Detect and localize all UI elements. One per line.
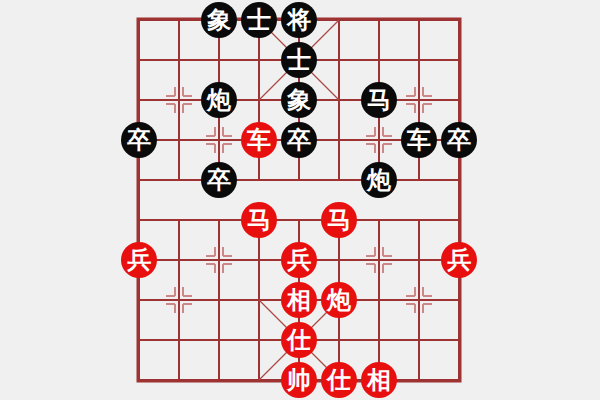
point-8-1[interactable] (439, 40, 479, 80)
piece-red-advisor[interactable]: 仕 (281, 322, 317, 358)
piece-black-advisor[interactable]: 士 (281, 42, 317, 78)
point-2-7[interactable] (199, 280, 239, 320)
point-0-1[interactable] (119, 40, 159, 80)
piece-black-general[interactable]: 将 (281, 2, 317, 38)
point-6-6[interactable] (359, 240, 399, 280)
point-3-6[interactable] (239, 240, 279, 280)
point-7-9[interactable] (399, 360, 439, 400)
piece-black-soldier[interactable]: 卒 (121, 122, 157, 158)
point-7-0[interactable] (399, 0, 439, 40)
piece-black-cannon[interactable]: 炮 (361, 162, 397, 198)
point-1-7[interactable] (159, 280, 199, 320)
point-2-8[interactable] (199, 320, 239, 360)
point-6-7[interactable] (359, 280, 399, 320)
point-5-6[interactable] (319, 240, 359, 280)
point-1-5[interactable] (159, 200, 199, 240)
point-2-6[interactable] (199, 240, 239, 280)
point-0-9[interactable] (119, 360, 159, 400)
point-1-4[interactable] (159, 160, 199, 200)
piece-black-soldier[interactable]: 卒 (441, 122, 477, 158)
point-2-5[interactable] (199, 200, 239, 240)
piece-black-horse[interactable]: 马 (361, 82, 397, 118)
point-8-8[interactable] (439, 320, 479, 360)
piece-red-elephant[interactable]: 相 (361, 362, 397, 398)
point-8-2[interactable] (439, 80, 479, 120)
point-8-9[interactable] (439, 360, 479, 400)
point-8-4[interactable] (439, 160, 479, 200)
point-4-5[interactable] (279, 200, 319, 240)
point-3-4[interactable] (239, 160, 279, 200)
point-3-1[interactable] (239, 40, 279, 80)
point-1-2[interactable] (159, 80, 199, 120)
point-8-5[interactable] (439, 200, 479, 240)
point-5-0[interactable] (319, 0, 359, 40)
point-8-7[interactable] (439, 280, 479, 320)
point-0-8[interactable] (119, 320, 159, 360)
piece-red-soldier[interactable]: 兵 (441, 242, 477, 278)
board-grid: 象士将士炮象马卒车卒车卒卒炮马马兵兵兵相炮仕帅仕相 (119, 0, 479, 400)
point-7-5[interactable] (399, 200, 439, 240)
piece-red-soldier[interactable]: 兵 (121, 242, 157, 278)
point-3-8[interactable] (239, 320, 279, 360)
point-7-4[interactable] (399, 160, 439, 200)
point-1-6[interactable] (159, 240, 199, 280)
point-5-1[interactable] (319, 40, 359, 80)
point-7-1[interactable] (399, 40, 439, 80)
point-2-3[interactable] (199, 120, 239, 160)
piece-red-chariot[interactable]: 车 (241, 122, 277, 158)
piece-red-horse[interactable]: 马 (241, 202, 277, 238)
piece-red-elephant[interactable]: 相 (281, 282, 317, 318)
point-5-2[interactable] (319, 80, 359, 120)
point-0-7[interactable] (119, 280, 159, 320)
point-6-3[interactable] (359, 120, 399, 160)
piece-black-elephant[interactable]: 象 (281, 82, 317, 118)
point-0-4[interactable] (119, 160, 159, 200)
point-1-0[interactable] (159, 0, 199, 40)
point-7-7[interactable] (399, 280, 439, 320)
point-1-1[interactable] (159, 40, 199, 80)
point-6-8[interactable] (359, 320, 399, 360)
point-6-5[interactable] (359, 200, 399, 240)
point-2-1[interactable] (199, 40, 239, 80)
piece-red-cannon[interactable]: 炮 (321, 282, 357, 318)
point-1-9[interactable] (159, 360, 199, 400)
point-5-8[interactable] (319, 320, 359, 360)
piece-red-horse[interactable]: 马 (321, 202, 357, 238)
point-5-4[interactable] (319, 160, 359, 200)
piece-red-soldier[interactable]: 兵 (281, 242, 317, 278)
piece-black-soldier[interactable]: 卒 (201, 162, 237, 198)
point-3-2[interactable] (239, 80, 279, 120)
point-1-3[interactable] (159, 120, 199, 160)
point-6-1[interactable] (359, 40, 399, 80)
point-0-2[interactable] (119, 80, 159, 120)
piece-black-soldier[interactable]: 卒 (281, 122, 317, 158)
point-1-8[interactable] (159, 320, 199, 360)
point-2-9[interactable] (199, 360, 239, 400)
piece-black-chariot[interactable]: 车 (401, 122, 437, 158)
point-8-0[interactable] (439, 0, 479, 40)
xiangqi-board-screen: 象士将士炮象马卒车卒车卒卒炮马马兵兵兵相炮仕帅仕相 (0, 0, 600, 400)
piece-red-general[interactable]: 帅 (281, 362, 317, 398)
piece-red-advisor[interactable]: 仕 (321, 362, 357, 398)
point-5-3[interactable] (319, 120, 359, 160)
point-0-0[interactable] (119, 0, 159, 40)
point-7-8[interactable] (399, 320, 439, 360)
point-7-6[interactable] (399, 240, 439, 280)
point-7-2[interactable] (399, 80, 439, 120)
point-0-5[interactable] (119, 200, 159, 240)
piece-black-elephant[interactable]: 象 (201, 2, 237, 38)
piece-black-cannon[interactable]: 炮 (201, 82, 237, 118)
point-3-7[interactable] (239, 280, 279, 320)
point-6-0[interactable] (359, 0, 399, 40)
point-4-4[interactable] (279, 160, 319, 200)
piece-black-advisor[interactable]: 士 (241, 2, 277, 38)
point-3-9[interactable] (239, 360, 279, 400)
